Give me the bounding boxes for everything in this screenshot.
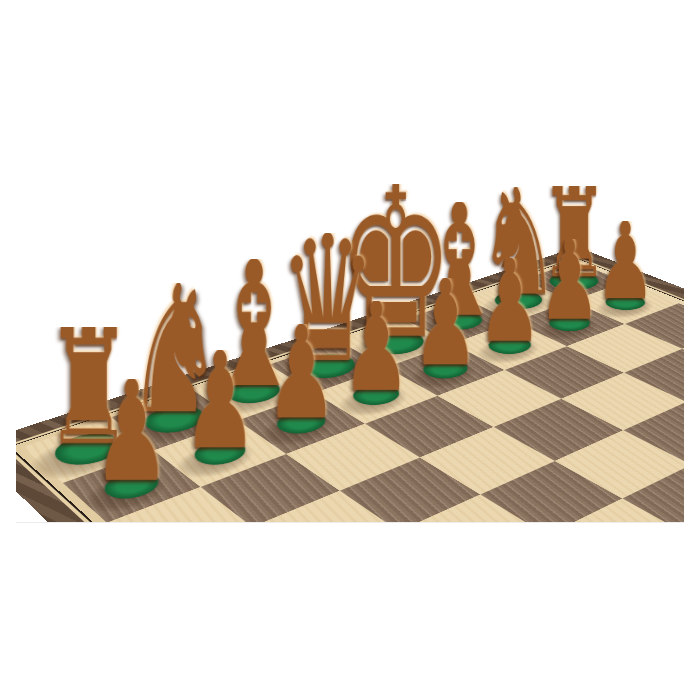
product-photo-crop: ♜♞♟♝♟♚♟♛♟♝♟♞♟♜♟♟ xyxy=(16,108,684,523)
board-inlay-line: ♜♞♟♝♟♚♟♛♟♝♟♞♟♜♟♟ xyxy=(16,258,684,523)
board-frame: ♜♞♟♝♟♚♟♛♟♝♟♞♟♜♟♟ xyxy=(16,247,684,523)
board-field: ♜♞♟♝♟♚♟♛♟♝♟♞♟♜♟♟ xyxy=(23,262,684,523)
board-border-strip-inner: ♜♞♟♝♟♚♟♛♟♝♟♞♟♜♟♟ xyxy=(16,258,684,523)
chess-board: ♜♞♟♝♟♚♟♛♟♝♟♞♟♜♟♟ xyxy=(16,247,684,523)
product-photo-page: { "game": "chess", "scene": { "descripti… xyxy=(0,0,700,700)
board-border-strip-outer: ♜♞♟♝♟♚♟♛♟♝♟♞♟♜♟♟ xyxy=(16,256,684,523)
board-scene: ♜♞♟♝♟♚♟♛♟♝♟♞♟♜♟♟ xyxy=(205,111,684,523)
